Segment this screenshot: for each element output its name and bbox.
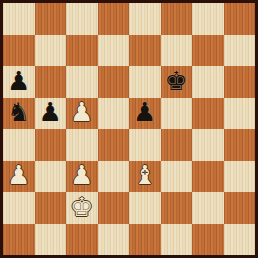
- piece-black-pawn[interactable]: ♟: [39, 99, 62, 125]
- square-e6[interactable]: [129, 66, 161, 98]
- square-e3[interactable]: ♝: [129, 161, 161, 193]
- piece-white-king[interactable]: ♚: [70, 194, 93, 220]
- square-g4[interactable]: [192, 129, 224, 161]
- square-d2[interactable]: [98, 192, 130, 224]
- piece-black-pawn[interactable]: ♟: [7, 68, 30, 94]
- square-a7[interactable]: [3, 35, 35, 67]
- square-e7[interactable]: [129, 35, 161, 67]
- square-b8[interactable]: [35, 3, 67, 35]
- square-b4[interactable]: [35, 129, 67, 161]
- square-f3[interactable]: [161, 161, 193, 193]
- square-a1[interactable]: [3, 224, 35, 256]
- square-c3[interactable]: ♟: [66, 161, 98, 193]
- square-d8[interactable]: [98, 3, 130, 35]
- chess-board-frame: ♟♚♞♟♟♟♟♟♝♚: [0, 0, 258, 258]
- square-f5[interactable]: [161, 98, 193, 130]
- square-b3[interactable]: [35, 161, 67, 193]
- piece-white-pawn[interactable]: ♟: [7, 162, 30, 188]
- square-f1[interactable]: [161, 224, 193, 256]
- piece-black-pawn[interactable]: ♟: [133, 99, 156, 125]
- square-d7[interactable]: [98, 35, 130, 67]
- square-h3[interactable]: [224, 161, 256, 193]
- square-d5[interactable]: [98, 98, 130, 130]
- square-a2[interactable]: [3, 192, 35, 224]
- square-f4[interactable]: [161, 129, 193, 161]
- square-e2[interactable]: [129, 192, 161, 224]
- square-b1[interactable]: [35, 224, 67, 256]
- square-g6[interactable]: [192, 66, 224, 98]
- square-g2[interactable]: [192, 192, 224, 224]
- square-g3[interactable]: [192, 161, 224, 193]
- square-e5[interactable]: ♟: [129, 98, 161, 130]
- square-e4[interactable]: [129, 129, 161, 161]
- square-g1[interactable]: [192, 224, 224, 256]
- square-c1[interactable]: [66, 224, 98, 256]
- square-d3[interactable]: [98, 161, 130, 193]
- square-c4[interactable]: [66, 129, 98, 161]
- square-h8[interactable]: [224, 3, 256, 35]
- square-h5[interactable]: [224, 98, 256, 130]
- square-g5[interactable]: [192, 98, 224, 130]
- piece-black-king[interactable]: ♚: [165, 68, 188, 94]
- chess-board: ♟♚♞♟♟♟♟♟♝♚: [3, 3, 255, 255]
- square-d1[interactable]: [98, 224, 130, 256]
- square-g8[interactable]: [192, 3, 224, 35]
- piece-white-bishop[interactable]: ♝: [133, 162, 156, 188]
- square-c7[interactable]: [66, 35, 98, 67]
- square-c6[interactable]: [66, 66, 98, 98]
- square-h6[interactable]: [224, 66, 256, 98]
- square-a5[interactable]: ♞: [3, 98, 35, 130]
- square-b2[interactable]: [35, 192, 67, 224]
- square-c5[interactable]: ♟: [66, 98, 98, 130]
- square-h2[interactable]: [224, 192, 256, 224]
- square-h4[interactable]: [224, 129, 256, 161]
- square-f2[interactable]: [161, 192, 193, 224]
- square-h7[interactable]: [224, 35, 256, 67]
- piece-black-knight[interactable]: ♞: [7, 99, 30, 125]
- square-a8[interactable]: [3, 3, 35, 35]
- square-g7[interactable]: [192, 35, 224, 67]
- square-b6[interactable]: [35, 66, 67, 98]
- square-b5[interactable]: ♟: [35, 98, 67, 130]
- square-c8[interactable]: [66, 3, 98, 35]
- square-e1[interactable]: [129, 224, 161, 256]
- square-a3[interactable]: ♟: [3, 161, 35, 193]
- square-b7[interactable]: [35, 35, 67, 67]
- square-c2[interactable]: ♚: [66, 192, 98, 224]
- square-d4[interactable]: [98, 129, 130, 161]
- square-e8[interactable]: [129, 3, 161, 35]
- square-a4[interactable]: [3, 129, 35, 161]
- square-h1[interactable]: [224, 224, 256, 256]
- square-f7[interactable]: [161, 35, 193, 67]
- piece-white-pawn[interactable]: ♟: [70, 162, 93, 188]
- square-d6[interactable]: [98, 66, 130, 98]
- square-f6[interactable]: ♚: [161, 66, 193, 98]
- piece-white-pawn[interactable]: ♟: [70, 99, 93, 125]
- square-a6[interactable]: ♟: [3, 66, 35, 98]
- square-f8[interactable]: [161, 3, 193, 35]
